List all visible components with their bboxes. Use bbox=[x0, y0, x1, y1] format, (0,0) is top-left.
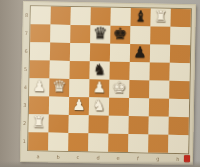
square-f5[interactable] bbox=[130, 62, 150, 80]
square-g8[interactable]: ♜ bbox=[151, 8, 171, 26]
square-f4[interactable] bbox=[129, 80, 149, 98]
piece-white-pawn-a4[interactable]: ♟ bbox=[29, 76, 49, 96]
square-b6[interactable] bbox=[50, 43, 70, 61]
piece-black-queen-d7[interactable]: ♛ bbox=[90, 23, 110, 43]
square-d7[interactable]: ♛ bbox=[90, 25, 110, 43]
square-e2[interactable] bbox=[108, 116, 128, 134]
piece-white-rook-g8[interactable]: ♜ bbox=[151, 6, 171, 26]
square-h7[interactable] bbox=[170, 27, 190, 45]
square-h2[interactable] bbox=[168, 117, 188, 135]
square-h5[interactable] bbox=[169, 63, 189, 81]
square-f8[interactable]: ♝ bbox=[131, 8, 151, 26]
square-g3[interactable] bbox=[149, 98, 169, 116]
piece-white-queen-b4[interactable]: ♛ bbox=[49, 77, 69, 97]
square-a1[interactable] bbox=[28, 132, 48, 150]
square-h1[interactable] bbox=[168, 135, 188, 153]
square-c1[interactable] bbox=[68, 133, 88, 151]
square-b4[interactable]: ♛ bbox=[49, 79, 69, 97]
piece-black-pawn-f6[interactable]: ♟ bbox=[130, 42, 150, 62]
square-b1[interactable] bbox=[48, 133, 68, 151]
square-f6[interactable]: ♟ bbox=[130, 44, 150, 62]
piece-black-king-e7[interactable]: ♚ bbox=[110, 24, 130, 44]
square-h6[interactable] bbox=[170, 45, 190, 63]
square-f1[interactable] bbox=[128, 134, 148, 152]
piece-white-pawn-c3[interactable]: ♟ bbox=[69, 95, 89, 115]
square-b3[interactable] bbox=[49, 97, 69, 115]
square-f3[interactable] bbox=[129, 98, 149, 116]
square-a6[interactable] bbox=[30, 42, 50, 60]
square-e6[interactable] bbox=[110, 44, 130, 62]
square-c6[interactable] bbox=[70, 43, 90, 61]
piece-white-king-e4[interactable]: ♚ bbox=[109, 78, 129, 98]
square-g5[interactable] bbox=[149, 62, 169, 80]
background-table-shade bbox=[0, 161, 200, 167]
square-c7[interactable] bbox=[70, 25, 90, 43]
square-b7[interactable] bbox=[50, 25, 70, 43]
square-e1[interactable] bbox=[108, 134, 128, 152]
square-f2[interactable] bbox=[128, 116, 148, 134]
square-g2[interactable] bbox=[148, 116, 168, 134]
chessboard-photo: 87654321 ♝♜♛♚♟♞♟♛♟♚♟♞♜ abcdefgh bbox=[0, 0, 200, 167]
square-d1[interactable] bbox=[88, 133, 108, 151]
square-a2[interactable]: ♜ bbox=[28, 114, 48, 132]
square-e3[interactable] bbox=[109, 98, 129, 116]
square-g6[interactable] bbox=[150, 44, 170, 62]
chess-board[interactable]: ♝♜♛♚♟♞♟♛♟♚♟♞♜ bbox=[28, 6, 191, 153]
square-e4[interactable]: ♚ bbox=[109, 80, 129, 98]
square-b2[interactable] bbox=[48, 115, 68, 133]
piece-white-knight-d3[interactable]: ♞ bbox=[89, 95, 109, 115]
square-c3[interactable]: ♟ bbox=[69, 97, 89, 115]
square-d2[interactable] bbox=[88, 115, 108, 133]
square-h8[interactable] bbox=[171, 9, 191, 27]
piece-white-rook-a2[interactable]: ♜ bbox=[28, 112, 48, 132]
square-c5[interactable] bbox=[70, 61, 90, 79]
square-h3[interactable] bbox=[169, 99, 189, 117]
square-c2[interactable] bbox=[68, 115, 88, 133]
square-e7[interactable]: ♚ bbox=[110, 26, 130, 44]
square-g7[interactable] bbox=[150, 26, 170, 44]
square-g4[interactable] bbox=[149, 80, 169, 98]
piece-black-bishop-f8[interactable]: ♝ bbox=[131, 6, 151, 26]
board-frame: 87654321 ♝♜♛♚♟♞♟♛♟♚♟♞♜ abcdefgh bbox=[20, 1, 196, 165]
square-a4[interactable]: ♟ bbox=[29, 78, 49, 96]
square-c8[interactable] bbox=[71, 7, 91, 25]
square-a8[interactable] bbox=[31, 6, 51, 24]
square-d3[interactable]: ♞ bbox=[89, 97, 109, 115]
square-h4[interactable] bbox=[169, 81, 189, 99]
square-g1[interactable] bbox=[148, 134, 168, 152]
square-b8[interactable] bbox=[51, 7, 71, 25]
square-a7[interactable] bbox=[30, 24, 50, 42]
